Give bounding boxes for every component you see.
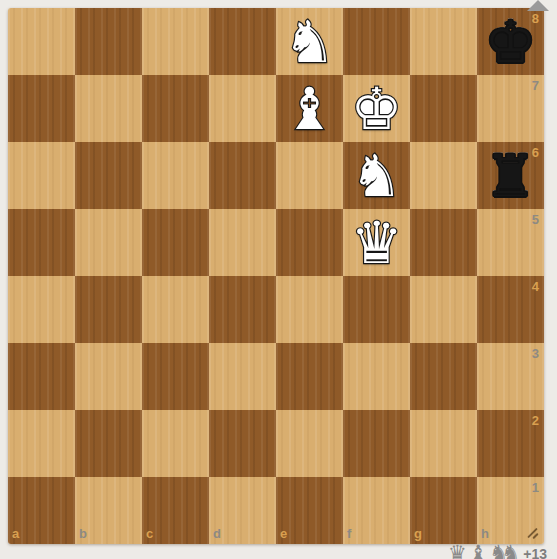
resize-handle-diagonal-lines[interactable] — [526, 526, 540, 540]
square-a8[interactable] — [8, 8, 75, 75]
square-h6[interactable]: 6♜ — [477, 142, 544, 209]
square-h4[interactable]: 4 — [477, 276, 544, 343]
file-label-a: a — [12, 526, 19, 541]
square-g3[interactable] — [410, 343, 477, 410]
square-a7[interactable] — [8, 75, 75, 142]
square-g4[interactable] — [410, 276, 477, 343]
chess-app-stage: ♞8♚♝♚7♞6♜♛5432abcdefgh1 ♛♝♞♞+13 — [0, 0, 557, 559]
square-h7[interactable]: 7 — [477, 75, 544, 142]
file-label-d: d — [213, 526, 221, 541]
rank-label-1: 1 — [532, 480, 539, 495]
square-d7[interactable] — [209, 75, 276, 142]
square-e5[interactable] — [276, 209, 343, 276]
square-f3[interactable] — [343, 343, 410, 410]
square-d6[interactable] — [209, 142, 276, 209]
square-a3[interactable] — [8, 343, 75, 410]
square-b1[interactable]: b — [75, 477, 142, 544]
square-c3[interactable] — [142, 343, 209, 410]
square-d8[interactable] — [209, 8, 276, 75]
square-c6[interactable] — [142, 142, 209, 209]
square-h8[interactable]: 8♚ — [477, 8, 544, 75]
file-label-e: e — [280, 526, 287, 541]
square-h3[interactable]: 3 — [477, 343, 544, 410]
square-e7[interactable]: ♝ — [276, 75, 343, 142]
square-f2[interactable] — [343, 410, 410, 477]
square-a1[interactable]: a — [8, 477, 75, 544]
square-f6[interactable]: ♞ — [343, 142, 410, 209]
material-advantage-label: +13 — [523, 543, 547, 559]
rank-label-4: 4 — [532, 279, 539, 294]
rank-label-2: 2 — [532, 413, 539, 428]
rank-label-5: 5 — [532, 212, 539, 227]
square-g2[interactable] — [410, 410, 477, 477]
square-b6[interactable] — [75, 142, 142, 209]
square-a5[interactable] — [8, 209, 75, 276]
square-b7[interactable] — [75, 75, 142, 142]
square-g1[interactable]: g — [410, 477, 477, 544]
captured-bishop-icon: ♝ — [469, 543, 488, 559]
white-queen-f5[interactable]: ♛ — [343, 209, 410, 276]
square-b5[interactable] — [75, 209, 142, 276]
chess-board: ♞8♚♝♚7♞6♜♛5432abcdefgh1 — [8, 8, 544, 544]
square-e2[interactable] — [276, 410, 343, 477]
square-d1[interactable]: d — [209, 477, 276, 544]
file-label-f: f — [347, 526, 351, 541]
square-f8[interactable] — [343, 8, 410, 75]
square-g7[interactable] — [410, 75, 477, 142]
square-e3[interactable] — [276, 343, 343, 410]
square-b2[interactable] — [75, 410, 142, 477]
square-g6[interactable] — [410, 142, 477, 209]
file-label-h: h — [481, 526, 489, 541]
square-e8[interactable]: ♞ — [276, 8, 343, 75]
square-c1[interactable]: c — [142, 477, 209, 544]
square-h5[interactable]: 5 — [477, 209, 544, 276]
square-c8[interactable] — [142, 8, 209, 75]
square-f1[interactable]: f — [343, 477, 410, 544]
square-g5[interactable] — [410, 209, 477, 276]
file-label-b: b — [79, 526, 87, 541]
black-king-h8[interactable]: ♚ — [477, 8, 544, 75]
square-c7[interactable] — [142, 75, 209, 142]
square-a4[interactable] — [8, 276, 75, 343]
white-knight-e8[interactable]: ♞ — [276, 8, 343, 75]
square-a2[interactable] — [8, 410, 75, 477]
triangle-up-icon[interactable] — [527, 0, 549, 11]
file-label-c: c — [146, 526, 153, 541]
square-a6[interactable] — [8, 142, 75, 209]
square-e1[interactable]: e — [276, 477, 343, 544]
square-e4[interactable] — [276, 276, 343, 343]
square-d4[interactable] — [209, 276, 276, 343]
square-f5[interactable]: ♛ — [343, 209, 410, 276]
rank-label-7: 7 — [532, 78, 539, 93]
square-b4[interactable] — [75, 276, 142, 343]
square-c4[interactable] — [142, 276, 209, 343]
captured-knight-icon: ♞ — [501, 543, 520, 559]
square-d3[interactable] — [209, 343, 276, 410]
square-g8[interactable] — [410, 8, 477, 75]
square-b3[interactable] — [75, 343, 142, 410]
square-d2[interactable] — [209, 410, 276, 477]
captured-pieces-tray: ♛♝♞♞+13 — [448, 543, 547, 559]
rank-label-3: 3 — [532, 346, 539, 361]
square-c5[interactable] — [142, 209, 209, 276]
square-c2[interactable] — [142, 410, 209, 477]
square-f7[interactable]: ♚ — [343, 75, 410, 142]
square-e6[interactable] — [276, 142, 343, 209]
white-king-f7[interactable]: ♚ — [343, 75, 410, 142]
square-h2[interactable]: 2 — [477, 410, 544, 477]
square-d5[interactable] — [209, 209, 276, 276]
square-f4[interactable] — [343, 276, 410, 343]
file-label-g: g — [414, 526, 422, 541]
white-bishop-e7[interactable]: ♝ — [276, 75, 343, 142]
square-h1[interactable]: h1 — [477, 477, 544, 544]
captured-queen-icon: ♛ — [448, 543, 467, 559]
white-knight-f6[interactable]: ♞ — [343, 142, 410, 209]
square-b8[interactable] — [75, 8, 142, 75]
black-rook-h6[interactable]: ♜ — [477, 142, 544, 209]
